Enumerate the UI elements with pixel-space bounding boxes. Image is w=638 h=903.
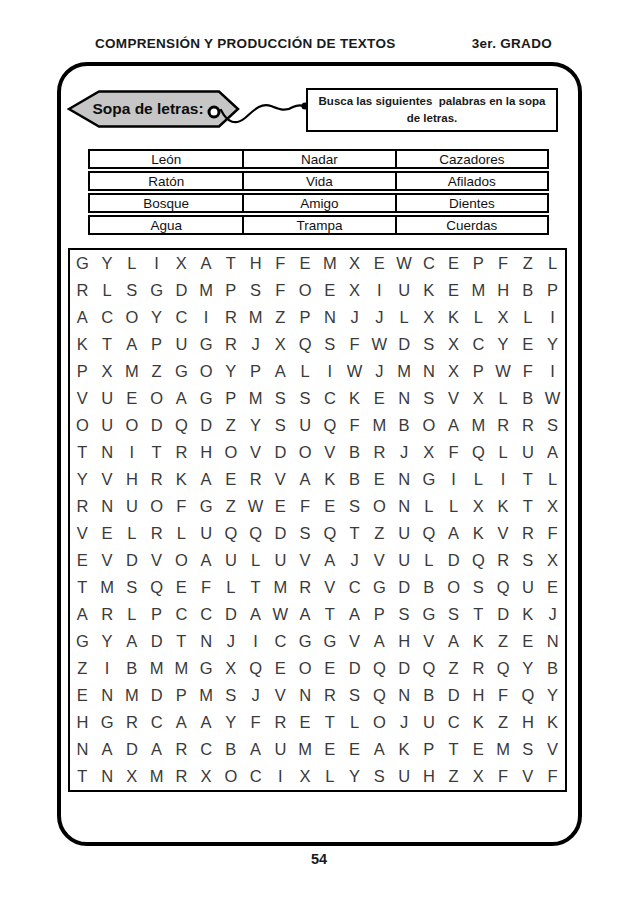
grid-cell[interactable]: F [342,331,367,358]
grid-cell[interactable]: V [70,520,95,547]
grid-cell[interactable]: Q [417,655,442,682]
grid-cell[interactable]: Y [219,358,244,385]
grid-cell[interactable]: Z [144,358,169,385]
grid-cell[interactable]: I [194,304,219,331]
grid-cell[interactable]: E [268,493,293,520]
grid-cell[interactable]: A [194,466,219,493]
grid-cell[interactable]: X [441,358,466,385]
grid-cell[interactable]: V [95,466,120,493]
grid-cell[interactable]: L [491,385,516,412]
grid-cell[interactable]: F [540,763,565,790]
grid-cell[interactable]: I [268,763,293,790]
grid-cell[interactable]: Z [491,709,516,736]
grid-cell[interactable]: S [367,763,392,790]
grid-cell[interactable]: A [268,358,293,385]
grid-cell[interactable]: C [318,385,343,412]
grid-cell[interactable]: S [243,277,268,304]
grid-cell[interactable]: P [169,682,194,709]
grid-cell[interactable]: Y [70,466,95,493]
grid-cell[interactable]: U [219,547,244,574]
grid-cell[interactable]: D [491,601,516,628]
grid-cell[interactable]: E [441,277,466,304]
grid-cell[interactable]: Z [491,628,516,655]
grid-cell[interactable]: F [293,493,318,520]
grid-cell[interactable]: V [318,439,343,466]
grid-cell[interactable]: O [441,574,466,601]
grid-cell[interactable]: Z [219,412,244,439]
grid-cell[interactable]: A [293,466,318,493]
grid-cell[interactable]: T [466,601,491,628]
grid-cell[interactable]: A [70,304,95,331]
grid-cell[interactable]: C [466,331,491,358]
grid-cell[interactable]: E [120,385,145,412]
grid-cell[interactable]: O [293,655,318,682]
grid-cell[interactable]: T [318,601,343,628]
grid-cell[interactable]: M [268,574,293,601]
grid-cell[interactable]: A [293,601,318,628]
grid-cell[interactable]: S [540,412,565,439]
grid-cell[interactable]: T [243,574,268,601]
grid-cell[interactable]: K [540,709,565,736]
grid-cell[interactable]: D [441,682,466,709]
grid-cell[interactable]: K [318,466,343,493]
grid-cell[interactable]: G [367,574,392,601]
grid-cell[interactable]: K [417,277,442,304]
grid-cell[interactable]: D [194,412,219,439]
grid-cell[interactable]: M [144,655,169,682]
grid-cell[interactable]: L [120,520,145,547]
grid-cell[interactable]: R [268,709,293,736]
grid-cell[interactable]: Q [169,412,194,439]
grid-cell[interactable]: C [194,601,219,628]
grid-cell[interactable]: R [491,412,516,439]
grid-cell[interactable]: V [318,574,343,601]
grid-cell[interactable]: C [95,304,120,331]
grid-cell[interactable]: Z [219,493,244,520]
grid-cell[interactable]: X [95,358,120,385]
grid-cell[interactable]: Z [268,304,293,331]
grid-cell[interactable]: R [144,466,169,493]
grid-cell[interactable]: T [144,439,169,466]
grid-cell[interactable]: P [70,358,95,385]
grid-cell[interactable]: K [169,466,194,493]
grid-cell[interactable]: X [540,547,565,574]
grid-cell[interactable]: N [417,358,442,385]
grid-cell[interactable]: N [318,304,343,331]
grid-cell[interactable]: R [491,547,516,574]
grid-cell[interactable]: A [194,250,219,277]
grid-cell[interactable]: R [169,439,194,466]
grid-cell[interactable]: R [243,466,268,493]
grid-cell[interactable]: I [144,250,169,277]
grid-cell[interactable]: K [466,520,491,547]
grid-cell[interactable]: B [540,655,565,682]
grid-cell[interactable]: V [243,439,268,466]
grid-cell[interactable]: G [417,601,442,628]
grid-cell[interactable]: X [540,493,565,520]
grid-cell[interactable]: L [466,466,491,493]
grid-cell[interactable]: E [367,385,392,412]
grid-cell[interactable]: T [95,331,120,358]
grid-cell[interactable]: I [540,304,565,331]
grid-cell[interactable]: M [120,358,145,385]
grid-cell[interactable]: A [243,601,268,628]
grid-cell[interactable]: X [268,331,293,358]
grid-cell[interactable]: U [95,385,120,412]
grid-cell[interactable]: C [441,709,466,736]
grid-cell[interactable]: A [441,628,466,655]
grid-cell[interactable]: G [169,358,194,385]
grid-cell[interactable]: O [219,439,244,466]
grid-cell[interactable]: V [540,736,565,763]
grid-cell[interactable]: L [120,250,145,277]
grid-cell[interactable]: A [194,709,219,736]
grid-cell[interactable]: L [342,709,367,736]
grid-cell[interactable]: L [392,304,417,331]
grid-cell[interactable]: L [243,547,268,574]
grid-cell[interactable]: M [120,682,145,709]
grid-cell[interactable]: L [417,493,442,520]
grid-cell[interactable]: E [441,250,466,277]
grid-cell[interactable]: A [70,601,95,628]
grid-cell[interactable]: R [466,655,491,682]
grid-cell[interactable]: I [441,466,466,493]
grid-cell[interactable]: N [95,439,120,466]
grid-cell[interactable]: F [268,277,293,304]
grid-cell[interactable]: V [268,682,293,709]
grid-cell[interactable]: A [318,547,343,574]
grid-cell[interactable]: Q [144,574,169,601]
grid-cell[interactable]: O [293,439,318,466]
grid-cell[interactable]: A [95,736,120,763]
grid-cell[interactable]: E [516,331,541,358]
grid-cell[interactable]: P [144,601,169,628]
grid-cell[interactable]: N [392,682,417,709]
grid-cell[interactable]: D [268,439,293,466]
grid-cell[interactable]: O [293,277,318,304]
grid-cell[interactable]: Q [466,547,491,574]
grid-cell[interactable]: D [144,628,169,655]
grid-cell[interactable]: O [367,493,392,520]
grid-cell[interactable]: C [268,628,293,655]
grid-cell[interactable]: F [342,412,367,439]
grid-cell[interactable]: E [516,628,541,655]
grid-cell[interactable]: A [243,736,268,763]
grid-cell[interactable]: R [169,736,194,763]
grid-cell[interactable]: Y [540,331,565,358]
grid-cell[interactable]: S [392,601,417,628]
grid-cell[interactable]: S [516,736,541,763]
grid-cell[interactable]: U [120,493,145,520]
grid-cell[interactable]: X [293,763,318,790]
grid-cell[interactable]: E [169,574,194,601]
grid-cell[interactable]: S [219,682,244,709]
grid-cell[interactable]: G [417,466,442,493]
grid-cell[interactable]: N [95,763,120,790]
grid-cell[interactable]: A [169,385,194,412]
grid-cell[interactable]: V [367,547,392,574]
grid-cell[interactable]: M [194,682,219,709]
grid-cell[interactable]: C [169,304,194,331]
grid-cell[interactable]: E [367,466,392,493]
grid-cell[interactable]: A [342,601,367,628]
grid-cell[interactable]: X [491,304,516,331]
grid-cell[interactable]: G [194,385,219,412]
grid-cell[interactable]: G [144,277,169,304]
grid-cell[interactable]: A [367,736,392,763]
grid-cell[interactable]: O [120,412,145,439]
grid-cell[interactable]: N [95,682,120,709]
grid-cell[interactable]: D [392,331,417,358]
grid-cell[interactable]: E [540,574,565,601]
grid-cell[interactable]: R [367,439,392,466]
grid-cell[interactable]: W [392,250,417,277]
grid-cell[interactable]: M [293,736,318,763]
grid-cell[interactable]: R [120,709,145,736]
grid-cell[interactable]: L [491,439,516,466]
grid-cell[interactable]: H [392,628,417,655]
grid-cell[interactable]: L [120,601,145,628]
grid-cell[interactable]: S [441,601,466,628]
grid-cell[interactable]: B [342,439,367,466]
grid-cell[interactable]: Z [516,250,541,277]
grid-cell[interactable]: Q [516,682,541,709]
grid-cell[interactable]: E [318,277,343,304]
grid-cell[interactable]: C [144,709,169,736]
grid-cell[interactable]: R [318,682,343,709]
grid-cell[interactable]: R [219,331,244,358]
grid-cell[interactable]: N [392,466,417,493]
grid-cell[interactable]: M [367,412,392,439]
grid-cell[interactable]: L [95,277,120,304]
grid-cell[interactable]: Y [540,682,565,709]
grid-cell[interactable]: B [219,736,244,763]
grid-cell[interactable]: I [318,358,343,385]
grid-cell[interactable]: Q [318,412,343,439]
grid-cell[interactable]: F [516,358,541,385]
grid-cell[interactable]: L [318,763,343,790]
grid-cell[interactable]: F [540,520,565,547]
grid-cell[interactable]: T [516,493,541,520]
grid-cell[interactable]: B [516,277,541,304]
grid-cell[interactable]: Y [516,655,541,682]
grid-cell[interactable]: X [342,250,367,277]
grid-cell[interactable]: O [70,412,95,439]
grid-cell[interactable]: T [219,250,244,277]
grid-cell[interactable]: N [392,493,417,520]
grid-cell[interactable]: E [293,709,318,736]
grid-cell[interactable]: Z [441,763,466,790]
grid-cell[interactable]: E [318,493,343,520]
grid-cell[interactable]: L [417,547,442,574]
grid-cell[interactable]: W [540,385,565,412]
grid-cell[interactable]: N [70,736,95,763]
grid-cell[interactable]: M [144,763,169,790]
grid-cell[interactable]: P [293,304,318,331]
grid-cell[interactable]: I [367,277,392,304]
grid-cell[interactable]: H [417,763,442,790]
grid-cell[interactable]: E [219,466,244,493]
grid-cell[interactable]: A [441,412,466,439]
grid-cell[interactable]: P [219,277,244,304]
grid-cell[interactable]: C [342,574,367,601]
grid-cell[interactable]: M [194,277,219,304]
grid-cell[interactable]: F [268,250,293,277]
grid-cell[interactable]: M [392,358,417,385]
grid-cell[interactable]: U [516,574,541,601]
grid-cell[interactable]: D [219,601,244,628]
grid-cell[interactable]: D [169,277,194,304]
grid-cell[interactable]: W [268,601,293,628]
grid-cell[interactable]: H [516,709,541,736]
grid-cell[interactable]: V [441,385,466,412]
grid-cell[interactable]: U [392,277,417,304]
grid-cell[interactable]: A [367,628,392,655]
grid-cell[interactable]: P [243,358,268,385]
grid-cell[interactable]: S [268,385,293,412]
grid-cell[interactable]: X [466,763,491,790]
grid-cell[interactable]: E [70,682,95,709]
grid-cell[interactable]: Q [491,574,516,601]
grid-cell[interactable]: Q [243,520,268,547]
grid-cell[interactable]: U [268,736,293,763]
grid-cell[interactable]: S [417,385,442,412]
grid-cell[interactable]: R [516,520,541,547]
grid-cell[interactable]: P [540,277,565,304]
grid-cell[interactable]: P [417,736,442,763]
grid-cell[interactable]: G [318,628,343,655]
grid-cell[interactable]: R [95,601,120,628]
grid-cell[interactable]: C [243,763,268,790]
grid-cell[interactable]: U [268,547,293,574]
grid-cell[interactable]: S [120,277,145,304]
grid-cell[interactable]: U [417,709,442,736]
grid-cell[interactable]: M [95,574,120,601]
grid-cell[interactable]: X [219,655,244,682]
grid-cell[interactable]: A [441,520,466,547]
grid-cell[interactable]: P [144,331,169,358]
grid-cell[interactable]: G [293,628,318,655]
grid-cell[interactable]: J [367,304,392,331]
grid-cell[interactable]: Q [417,520,442,547]
grid-cell[interactable]: U [516,439,541,466]
grid-cell[interactable]: P [466,250,491,277]
grid-cell[interactable]: B [417,574,442,601]
grid-cell[interactable]: H [70,709,95,736]
grid-cell[interactable]: H [243,250,268,277]
grid-cell[interactable]: X [194,763,219,790]
grid-cell[interactable]: M [491,736,516,763]
grid-cell[interactable]: T [342,520,367,547]
grid-cell[interactable]: O [144,493,169,520]
grid-cell[interactable]: D [144,682,169,709]
grid-cell[interactable]: T [70,574,95,601]
grid-cell[interactable]: U [194,520,219,547]
grid-cell[interactable]: K [441,304,466,331]
grid-cell[interactable]: K [466,709,491,736]
grid-cell[interactable]: C [169,601,194,628]
grid-cell[interactable]: K [70,331,95,358]
grid-cell[interactable]: R [70,277,95,304]
grid-cell[interactable]: T [441,736,466,763]
grid-cell[interactable]: X [417,304,442,331]
grid-cell[interactable]: P [367,601,392,628]
grid-cell[interactable]: R [169,763,194,790]
grid-cell[interactable]: M [243,304,268,331]
grid-cell[interactable]: O [417,412,442,439]
grid-cell[interactable]: T [70,439,95,466]
grid-cell[interactable]: S [466,574,491,601]
grid-cell[interactable]: O [367,709,392,736]
grid-cell[interactable]: V [144,547,169,574]
grid-cell[interactable]: U [392,547,417,574]
grid-cell[interactable]: S [516,547,541,574]
grid-cell[interactable]: H [491,277,516,304]
grid-cell[interactable]: F [441,439,466,466]
grid-cell[interactable]: X [441,331,466,358]
grid-cell[interactable]: M [243,385,268,412]
grid-cell[interactable]: E [70,547,95,574]
grid-cell[interactable]: H [120,466,145,493]
grid-cell[interactable]: P [466,358,491,385]
grid-cell[interactable]: J [540,601,565,628]
grid-cell[interactable]: B [120,655,145,682]
grid-cell[interactable]: E [318,655,343,682]
grid-cell[interactable]: C [194,736,219,763]
grid-cell[interactable]: G [194,331,219,358]
grid-cell[interactable]: H [466,682,491,709]
grid-cell[interactable]: Q [293,331,318,358]
grid-cell[interactable]: T [169,628,194,655]
grid-cell[interactable]: S [293,520,318,547]
grid-cell[interactable]: V [293,547,318,574]
grid-cell[interactable]: Q [367,655,392,682]
grid-cell[interactable]: S [318,331,343,358]
grid-cell[interactable]: W [367,331,392,358]
grid-cell[interactable]: R [293,574,318,601]
grid-cell[interactable]: B [516,385,541,412]
grid-cell[interactable]: X [466,385,491,412]
grid-cell[interactable]: F [194,574,219,601]
grid-cell[interactable]: W [491,358,516,385]
grid-cell[interactable]: L [466,304,491,331]
grid-cell[interactable]: C [417,250,442,277]
grid-cell[interactable]: Q [367,682,392,709]
grid-cell[interactable]: Y [144,304,169,331]
grid-cell[interactable]: J [392,709,417,736]
grid-cell[interactable]: G [194,655,219,682]
grid-cell[interactable]: D [120,547,145,574]
grid-cell[interactable]: K [516,601,541,628]
grid-cell[interactable]: F [491,250,516,277]
grid-cell[interactable]: G [70,250,95,277]
grid-cell[interactable]: P [219,385,244,412]
grid-cell[interactable]: S [342,682,367,709]
grid-cell[interactable]: H [194,439,219,466]
grid-cell[interactable]: Q [466,439,491,466]
grid-cell[interactable]: Z [70,655,95,682]
grid-cell[interactable]: B [342,466,367,493]
grid-cell[interactable]: U [392,520,417,547]
grid-cell[interactable]: L [293,358,318,385]
grid-cell[interactable]: A [144,736,169,763]
grid-cell[interactable]: K [392,736,417,763]
grid-cell[interactable]: X [466,493,491,520]
grid-cell[interactable]: R [219,304,244,331]
grid-cell[interactable]: R [70,493,95,520]
grid-cell[interactable]: A [120,628,145,655]
grid-cell[interactable]: L [219,574,244,601]
